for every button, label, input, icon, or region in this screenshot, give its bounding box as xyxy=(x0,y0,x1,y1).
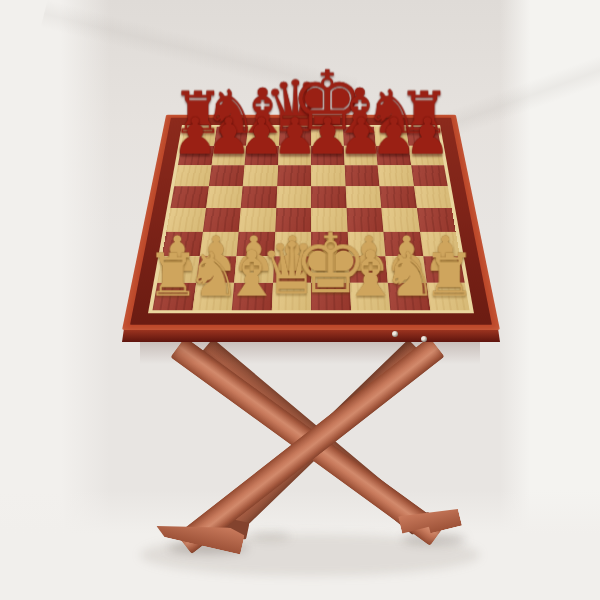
white-knight: ♞ xyxy=(355,244,465,305)
square-h7: ♟ xyxy=(408,145,444,165)
square-c6 xyxy=(243,165,278,186)
square-e2: ♟ xyxy=(311,256,349,282)
square-h1: ♜ xyxy=(426,282,469,310)
square-d4 xyxy=(275,208,311,231)
square-g6 xyxy=(378,165,414,186)
square-b7: ♟ xyxy=(211,145,246,165)
square-c7: ♟ xyxy=(244,145,278,165)
square-a2: ♟ xyxy=(157,256,199,282)
square-b3 xyxy=(199,231,238,256)
square-a7: ♟ xyxy=(178,145,214,165)
square-g2: ♟ xyxy=(386,256,427,282)
white-knight: ♞ xyxy=(158,244,268,305)
square-h2: ♟ xyxy=(423,256,465,282)
square-e6 xyxy=(311,165,345,186)
square-e1: ♚ xyxy=(311,282,351,310)
square-h6 xyxy=(411,165,448,186)
square-b4 xyxy=(202,208,240,231)
floor xyxy=(0,490,600,600)
square-f4 xyxy=(346,208,383,231)
square-a3 xyxy=(162,231,203,256)
square-g7: ♟ xyxy=(376,145,411,165)
square-b8: ♞ xyxy=(214,127,248,146)
square-d8: ♛ xyxy=(279,127,311,146)
square-b6 xyxy=(208,165,244,186)
square-b1: ♞ xyxy=(192,282,234,310)
square-a1: ♜ xyxy=(152,282,195,310)
square-g1: ♞ xyxy=(388,282,430,310)
square-a8: ♜ xyxy=(181,127,216,146)
square-d6 xyxy=(277,165,311,186)
square-c1: ♝ xyxy=(232,282,273,310)
square-b2: ♟ xyxy=(196,256,237,282)
square-a4 xyxy=(166,208,205,231)
square-h4 xyxy=(416,208,455,231)
square-c8: ♝ xyxy=(246,127,279,146)
square-c5 xyxy=(241,186,277,208)
hinge-screw-icon xyxy=(421,336,427,342)
square-e3 xyxy=(311,231,348,256)
square-b5 xyxy=(206,186,243,208)
square-e4 xyxy=(311,208,347,231)
square-a5 xyxy=(170,186,208,208)
square-c2: ♟ xyxy=(234,256,274,282)
board-pinstripe: ♜♞♝♛♚♝♞♜♟♟♟♟♟♟♟♟♟♟♟♟♟♟♟♟♜♞♝♛♚♝♞♜ xyxy=(148,125,474,313)
square-g4 xyxy=(381,208,419,231)
square-g8: ♞ xyxy=(374,127,408,146)
square-f1: ♝ xyxy=(349,282,390,310)
square-d2: ♟ xyxy=(273,256,311,282)
square-f5 xyxy=(345,186,381,208)
square-f7: ♟ xyxy=(343,145,377,165)
square-f2: ♟ xyxy=(348,256,388,282)
hinge-screw-icon xyxy=(392,331,398,337)
tabletop-edge-fascia xyxy=(122,329,500,342)
square-a6 xyxy=(174,165,211,186)
square-d3 xyxy=(274,231,311,256)
square-f8: ♝ xyxy=(343,127,376,146)
square-e5 xyxy=(311,186,346,208)
chessboard-grid: ♜♞♝♛♚♝♞♜♟♟♟♟♟♟♟♟♟♟♟♟♟♟♟♟♜♞♝♛♚♝♞♜ xyxy=(152,127,469,311)
square-d7: ♟ xyxy=(278,145,311,165)
square-g5 xyxy=(379,186,416,208)
chess-table-photo: ♜♞♝♛♚♝♞♜♟♟♟♟♟♟♟♟♟♟♟♟♟♟♟♟♜♞♝♛♚♝♞♜ xyxy=(0,0,600,600)
square-f3 xyxy=(347,231,385,256)
square-c4 xyxy=(239,208,276,231)
square-d1: ♛ xyxy=(271,282,311,310)
square-g3 xyxy=(383,231,422,256)
board-frame: ♜♞♝♛♚♝♞♜♟♟♟♟♟♟♟♟♟♟♟♟♟♟♟♟♜♞♝♛♚♝♞♜ xyxy=(130,118,492,325)
square-d5 xyxy=(276,186,311,208)
square-e7: ♟ xyxy=(311,145,344,165)
square-h8: ♜ xyxy=(406,127,441,146)
square-h3 xyxy=(420,231,461,256)
square-h5 xyxy=(414,186,452,208)
square-f6 xyxy=(344,165,379,186)
square-e8: ♚ xyxy=(311,127,343,146)
square-c3 xyxy=(236,231,274,256)
chessboard-tabletop: ♜♞♝♛♚♝♞♜♟♟♟♟♟♟♟♟♟♟♟♟♟♟♟♟♜♞♝♛♚♝♞♜ xyxy=(122,115,500,330)
